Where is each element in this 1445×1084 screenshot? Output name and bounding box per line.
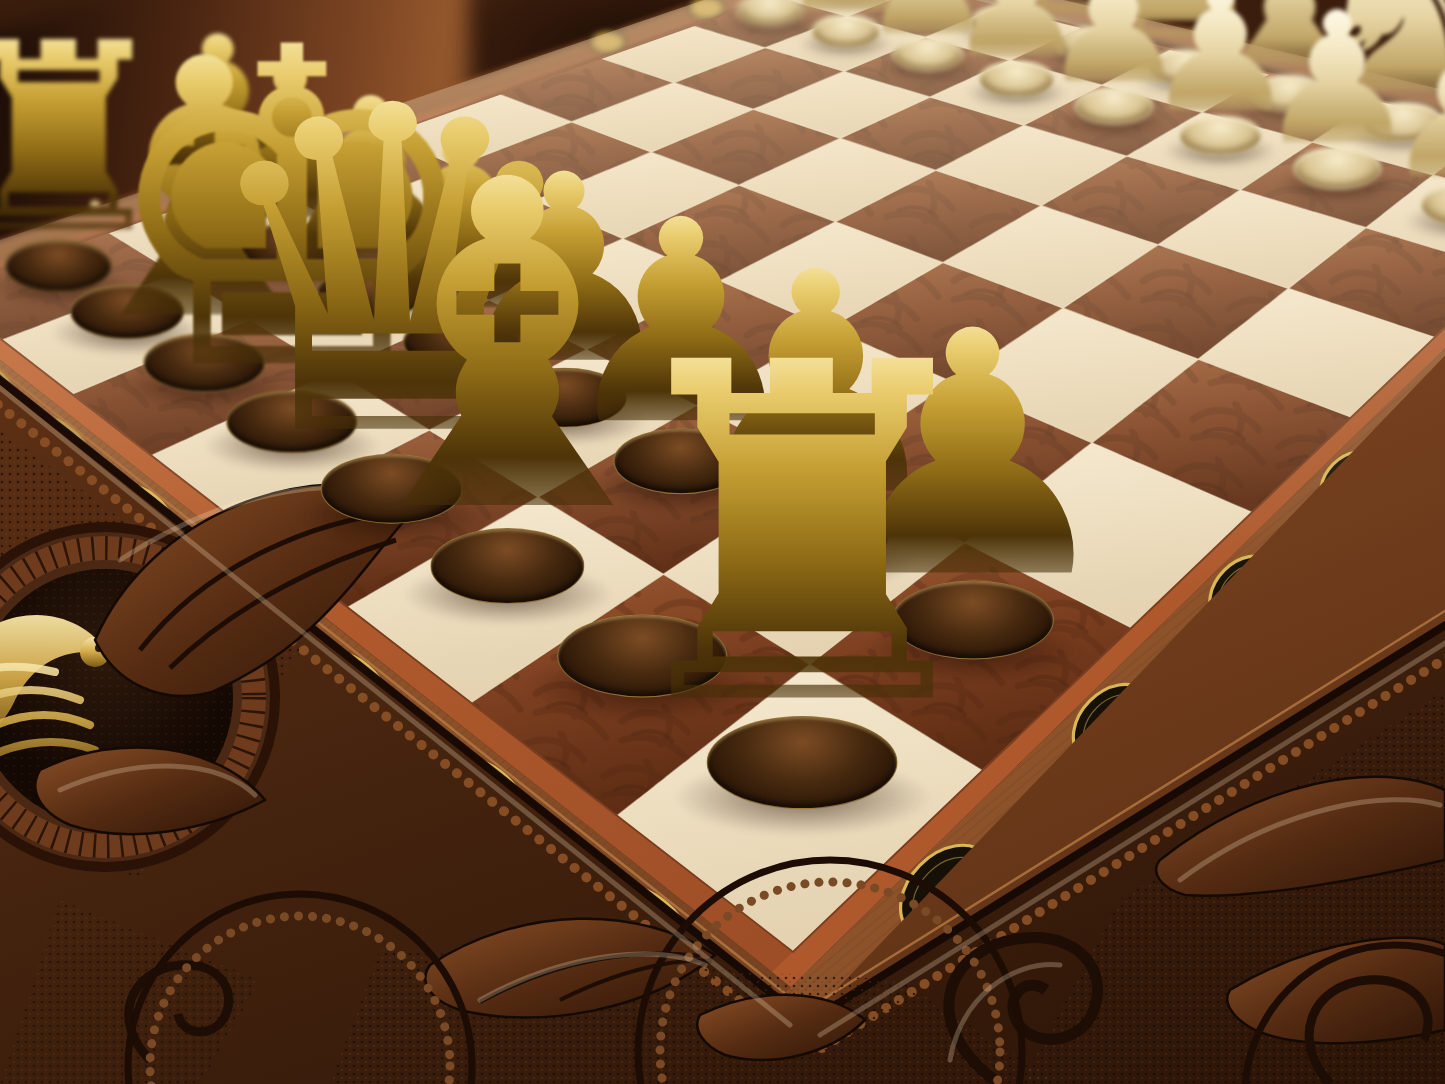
piece-base [707,716,898,809]
piece-black-rook-a8[interactable]: ♜ [594,323,1011,809]
piece-white-pawn-a2[interactable]: ♟ [1381,21,1445,227]
piece-base [1179,115,1262,156]
photo-canvas: ABCDEFGH8765 [0,0,1445,1084]
piece-base [1074,87,1153,126]
pieces-layer: ♜♞♝♛♚♝♞♜♟♟♟♟♟♟♟♟♟♟♟♟♟♟♟♟♜♞♝♛♚♝♞♜ [0,0,1445,1084]
